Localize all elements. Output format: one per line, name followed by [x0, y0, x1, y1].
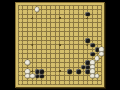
- screenshot-background: { "game": { "name": "go", "board_size": …: [0, 0, 120, 90]
- goban[interactable]: [15, 2, 105, 88]
- intersection-T1[interactable]: [99, 83, 104, 87]
